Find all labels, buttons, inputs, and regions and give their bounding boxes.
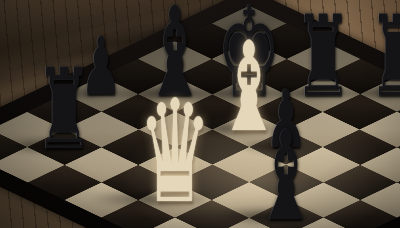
piece-black-r-b2[interactable]: ♜ [35,53,93,165]
chess-scene: ♜♜♚♝♟♝♟♛♝♜ [0,0,400,228]
piece-black-b-g3[interactable]: ♝ [254,113,318,228]
piece-black-r-e8[interactable]: ♜ [368,0,400,112]
piece-white-q-e2[interactable]: ♛ [138,81,212,223]
